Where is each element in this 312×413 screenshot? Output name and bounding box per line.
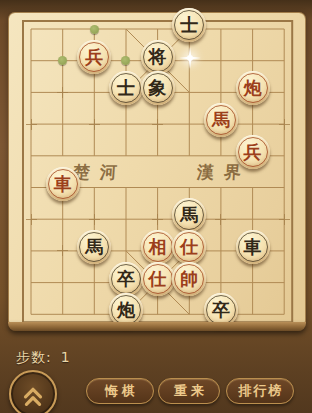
leaderboard-button[interactable]: 排行榜 <box>226 378 294 404</box>
position-mark <box>89 214 100 225</box>
collapse-panel-button[interactable] <box>9 370 57 413</box>
position-mark <box>279 119 290 130</box>
red-elephant[interactable]: 相 <box>141 230 175 264</box>
board-edge <box>8 322 306 331</box>
position-mark <box>89 119 100 130</box>
red-general[interactable]: 帥 <box>172 262 206 296</box>
step-counter-label: 步数: <box>16 349 52 367</box>
position-mark <box>152 119 163 130</box>
undo-button[interactable]: 悔棋 <box>86 378 154 404</box>
xiangqi-board[interactable]: 楚河 漢界 士兵将士象炮馬兵車馬馬相仕車卒仕帥炮卒 <box>8 12 306 324</box>
black-horse[interactable]: 馬 <box>77 230 111 264</box>
position-mark <box>26 119 37 130</box>
step-counter-value: 1 <box>61 349 71 367</box>
red-soldier[interactable]: 兵 <box>77 40 111 74</box>
black-general[interactable]: 将 <box>141 40 175 74</box>
position-mark <box>57 87 68 98</box>
black-chariot[interactable]: 車 <box>236 230 270 264</box>
red-horse[interactable]: 馬 <box>204 103 238 137</box>
position-mark <box>152 214 163 225</box>
position-mark <box>215 214 226 225</box>
red-advisor[interactable]: 仕 <box>172 230 206 264</box>
restart-button[interactable]: 重来 <box>158 378 220 404</box>
red-advisor[interactable]: 仕 <box>141 262 175 296</box>
move-hint-dot[interactable] <box>90 25 99 34</box>
black-soldier[interactable]: 卒 <box>109 262 143 296</box>
step-counter: 步数: 1 <box>16 349 71 367</box>
red-chariot[interactable]: 車 <box>46 167 80 201</box>
black-advisor[interactable]: 士 <box>172 8 206 42</box>
position-mark <box>26 214 37 225</box>
red-cannon[interactable]: 炮 <box>236 71 270 105</box>
position-mark <box>57 245 68 256</box>
red-soldier[interactable]: 兵 <box>236 135 270 169</box>
position-mark <box>279 214 290 225</box>
river-label-chuhe: 楚河 <box>72 161 128 184</box>
double-chevron-up-icon <box>18 379 48 409</box>
black-elephant[interactable]: 象 <box>141 71 175 105</box>
